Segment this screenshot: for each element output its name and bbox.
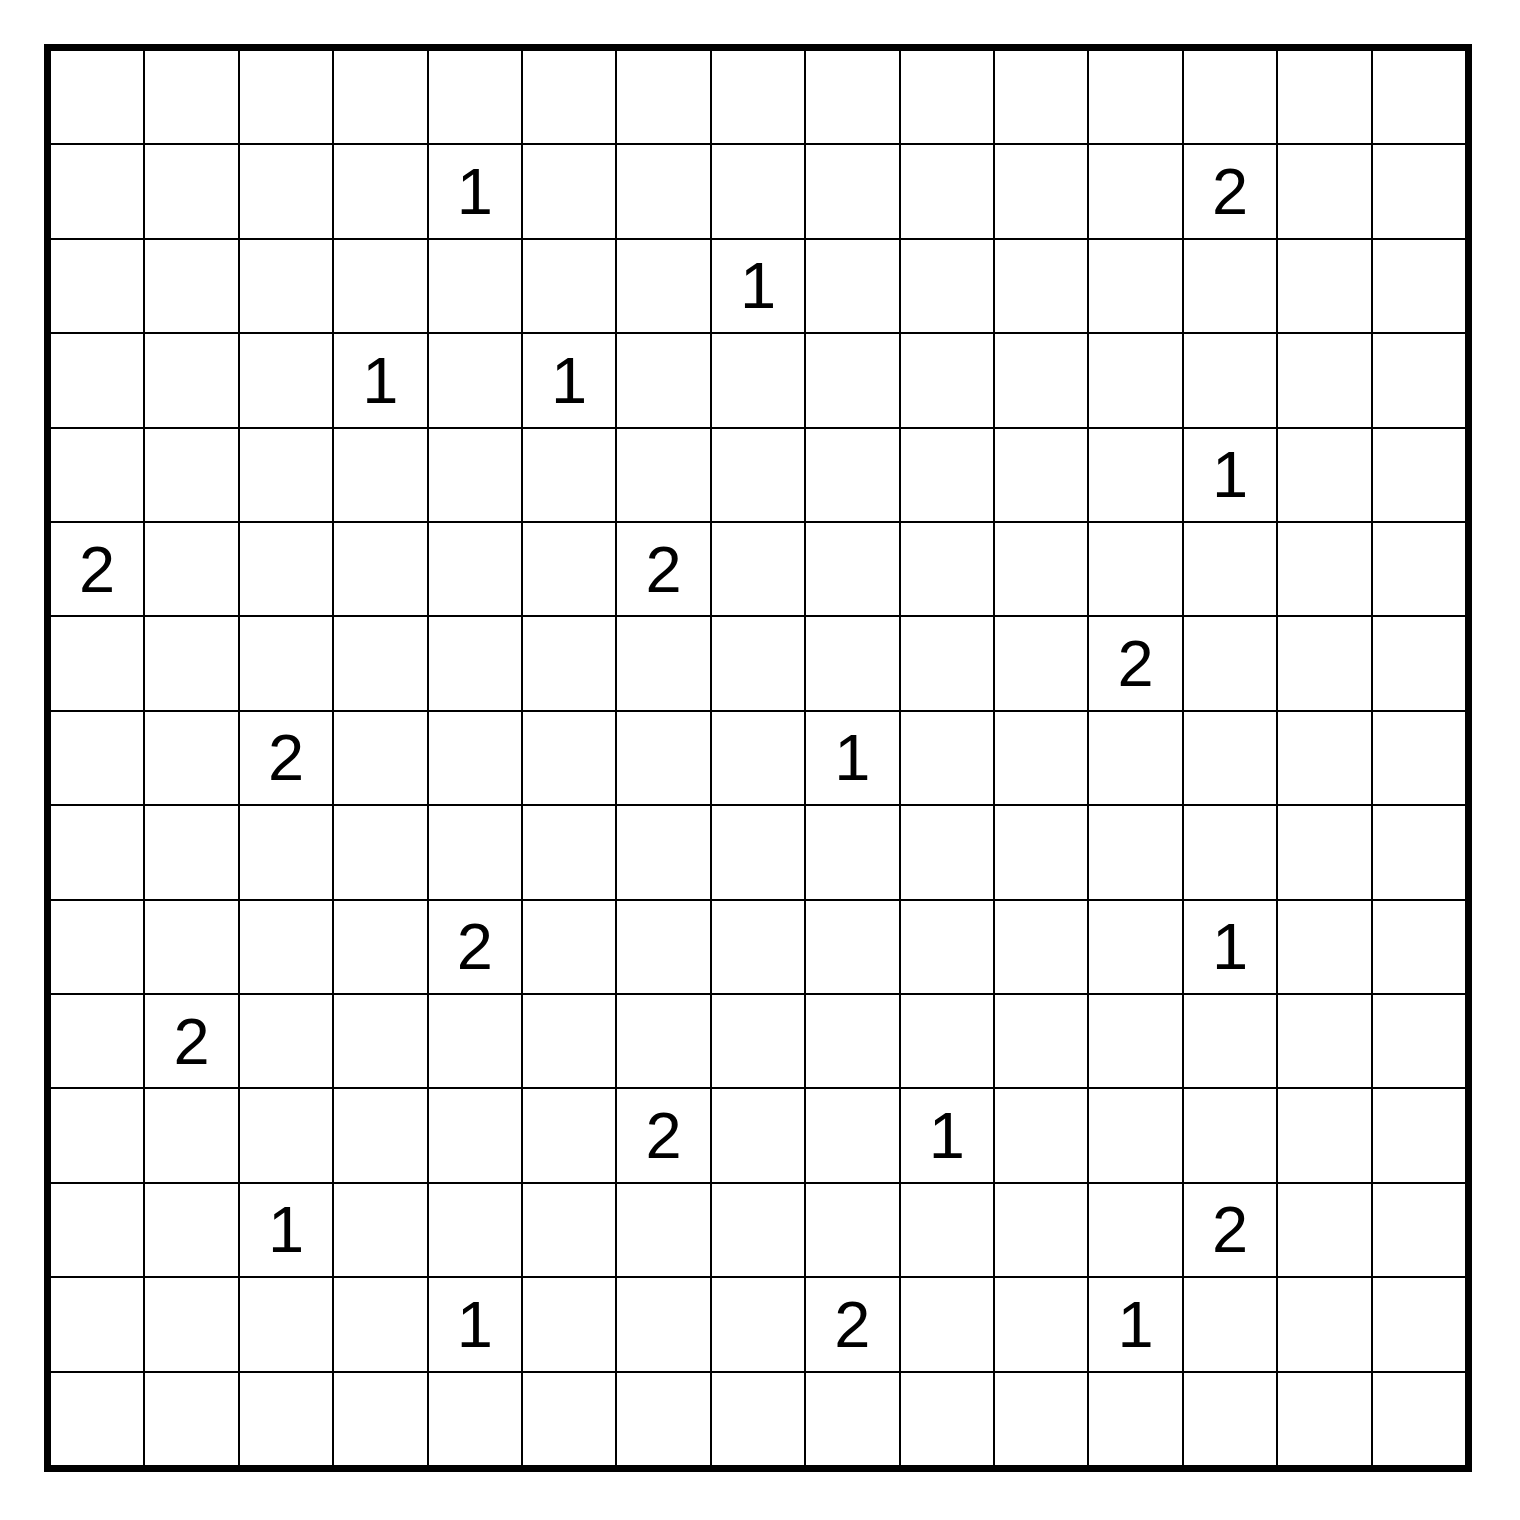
cell-r6c12[interactable]	[1089, 523, 1181, 615]
cell-r8c2[interactable]	[145, 712, 237, 804]
cell-r8c11[interactable]	[995, 712, 1087, 804]
cell-r14c5: 1	[429, 1278, 521, 1370]
cell-r2c3[interactable]	[240, 145, 332, 237]
cell-r12c11[interactable]	[995, 1089, 1087, 1181]
cell-r1c13[interactable]	[1184, 51, 1276, 143]
clue-number: 1	[551, 348, 587, 413]
cell-r7c12: 2	[1089, 617, 1181, 709]
cell-r9c1[interactable]	[51, 806, 143, 898]
cell-r7c7[interactable]	[617, 617, 709, 709]
clue-number: 2	[1118, 631, 1154, 696]
cell-r8c13[interactable]	[1184, 712, 1276, 804]
cell-r13c15[interactable]	[1373, 1184, 1465, 1276]
cell-r8c4[interactable]	[334, 712, 426, 804]
cell-r4c6: 1	[523, 334, 615, 426]
cell-r9c7[interactable]	[617, 806, 709, 898]
cell-r15c12[interactable]	[1089, 1373, 1181, 1465]
cell-r6c15[interactable]	[1373, 523, 1465, 615]
cell-r12c8[interactable]	[712, 1089, 804, 1181]
cell-r2c2[interactable]	[145, 145, 237, 237]
clue-number: 1	[929, 1103, 965, 1168]
cell-r5c13: 1	[1184, 429, 1276, 521]
cell-r3c6[interactable]	[523, 240, 615, 332]
cell-r9c11[interactable]	[995, 806, 1087, 898]
cell-r2c11[interactable]	[995, 145, 1087, 237]
cell-r2c9[interactable]	[806, 145, 898, 237]
cell-r4c1[interactable]	[51, 334, 143, 426]
cell-r2c6[interactable]	[523, 145, 615, 237]
cell-r4c12[interactable]	[1089, 334, 1181, 426]
cell-r12c7: 2	[617, 1089, 709, 1181]
cell-r6c8[interactable]	[712, 523, 804, 615]
cell-r7c13[interactable]	[1184, 617, 1276, 709]
cell-r13c10[interactable]	[901, 1184, 993, 1276]
cell-r1c10[interactable]	[901, 51, 993, 143]
cell-r14c2[interactable]	[145, 1278, 237, 1370]
cell-r12c10: 1	[901, 1089, 993, 1181]
cell-r3c5[interactable]	[429, 240, 521, 332]
cell-r15c3[interactable]	[240, 1373, 332, 1465]
cell-r5c2[interactable]	[145, 429, 237, 521]
cell-r4c8[interactable]	[712, 334, 804, 426]
cell-r11c4[interactable]	[334, 995, 426, 1087]
cell-r2c12[interactable]	[1089, 145, 1181, 237]
cell-r13c11[interactable]	[995, 1184, 1087, 1276]
cell-r13c14[interactable]	[1278, 1184, 1370, 1276]
cell-r15c14[interactable]	[1278, 1373, 1370, 1465]
cell-r6c2[interactable]	[145, 523, 237, 615]
cell-r2c15[interactable]	[1373, 145, 1465, 237]
cell-r10c4[interactable]	[334, 901, 426, 993]
cell-r3c15[interactable]	[1373, 240, 1465, 332]
cell-r7c6[interactable]	[523, 617, 615, 709]
cell-r3c9[interactable]	[806, 240, 898, 332]
cell-r1c12[interactable]	[1089, 51, 1181, 143]
cell-r6c14[interactable]	[1278, 523, 1370, 615]
cell-r15c6[interactable]	[523, 1373, 615, 1465]
cell-r10c5: 2	[429, 901, 521, 993]
cell-r4c5[interactable]	[429, 334, 521, 426]
cell-r14c6[interactable]	[523, 1278, 615, 1370]
cell-r7c4[interactable]	[334, 617, 426, 709]
cell-r15c9[interactable]	[806, 1373, 898, 1465]
clue-number: 2	[646, 1103, 682, 1168]
cell-r7c9[interactable]	[806, 617, 898, 709]
cell-r15c7[interactable]	[617, 1373, 709, 1465]
cell-r1c15[interactable]	[1373, 51, 1465, 143]
clue-number: 1	[1118, 1292, 1154, 1357]
cell-r5c10[interactable]	[901, 429, 993, 521]
cell-r12c1[interactable]	[51, 1089, 143, 1181]
cell-r10c9[interactable]	[806, 901, 898, 993]
cell-r13c13: 2	[1184, 1184, 1276, 1276]
cell-r2c7[interactable]	[617, 145, 709, 237]
clue-number: 1	[740, 253, 776, 318]
cell-r7c8[interactable]	[712, 617, 804, 709]
cell-r14c8[interactable]	[712, 1278, 804, 1370]
cell-r4c7[interactable]	[617, 334, 709, 426]
cell-r14c10[interactable]	[901, 1278, 993, 1370]
cell-r13c2[interactable]	[145, 1184, 237, 1276]
cell-r7c11[interactable]	[995, 617, 1087, 709]
cell-r11c10[interactable]	[901, 995, 993, 1087]
cell-r2c1[interactable]	[51, 145, 143, 237]
cell-r9c4[interactable]	[334, 806, 426, 898]
clue-number: 1	[1212, 442, 1248, 507]
cell-r5c14[interactable]	[1278, 429, 1370, 521]
cell-r15c11[interactable]	[995, 1373, 1087, 1465]
cell-r6c11[interactable]	[995, 523, 1087, 615]
cell-r3c11[interactable]	[995, 240, 1087, 332]
cell-r15c15[interactable]	[1373, 1373, 1465, 1465]
cell-r5c4[interactable]	[334, 429, 426, 521]
cell-r7c2[interactable]	[145, 617, 237, 709]
cell-r8c15[interactable]	[1373, 712, 1465, 804]
cell-r13c6[interactable]	[523, 1184, 615, 1276]
cell-r4c2[interactable]	[145, 334, 237, 426]
cell-r2c10[interactable]	[901, 145, 993, 237]
cell-r6c1: 2	[51, 523, 143, 615]
cell-r2c5: 1	[429, 145, 521, 237]
cell-r2c13: 2	[1184, 145, 1276, 237]
cell-r13c5[interactable]	[429, 1184, 521, 1276]
cell-r10c3[interactable]	[240, 901, 332, 993]
cell-r9c3[interactable]	[240, 806, 332, 898]
cell-r3c3[interactable]	[240, 240, 332, 332]
cell-r3c1[interactable]	[51, 240, 143, 332]
cell-r11c6[interactable]	[523, 995, 615, 1087]
clue-number: 2	[79, 537, 115, 602]
clue-number: 1	[457, 159, 493, 224]
cell-r5c6[interactable]	[523, 429, 615, 521]
cell-r6c13[interactable]	[1184, 523, 1276, 615]
cell-r5c3[interactable]	[240, 429, 332, 521]
cell-r11c7[interactable]	[617, 995, 709, 1087]
cell-r14c3[interactable]	[240, 1278, 332, 1370]
cell-r10c8[interactable]	[712, 901, 804, 993]
cell-r11c12[interactable]	[1089, 995, 1181, 1087]
cell-r8c5[interactable]	[429, 712, 521, 804]
cell-r9c5[interactable]	[429, 806, 521, 898]
cell-r9c13[interactable]	[1184, 806, 1276, 898]
cell-r3c12[interactable]	[1089, 240, 1181, 332]
cell-r5c8[interactable]	[712, 429, 804, 521]
cell-r12c2[interactable]	[145, 1089, 237, 1181]
cell-r5c12[interactable]	[1089, 429, 1181, 521]
clue-number: 2	[1212, 159, 1248, 224]
cell-r1c3[interactable]	[240, 51, 332, 143]
cell-r1c9[interactable]	[806, 51, 898, 143]
cell-r4c9[interactable]	[806, 334, 898, 426]
cell-r12c6[interactable]	[523, 1089, 615, 1181]
cell-r15c10[interactable]	[901, 1373, 993, 1465]
cell-r6c5[interactable]	[429, 523, 521, 615]
cell-r13c9[interactable]	[806, 1184, 898, 1276]
cell-r12c12[interactable]	[1089, 1089, 1181, 1181]
cell-r8c10[interactable]	[901, 712, 993, 804]
cell-r9c8[interactable]	[712, 806, 804, 898]
cell-r12c4[interactable]	[334, 1089, 426, 1181]
clue-number: 2	[457, 914, 493, 979]
cell-r9c10[interactable]	[901, 806, 993, 898]
clue-number: 1	[1212, 914, 1248, 979]
cell-r11c8[interactable]	[712, 995, 804, 1087]
cell-r15c2[interactable]	[145, 1373, 237, 1465]
cell-r8c7[interactable]	[617, 712, 709, 804]
cell-r4c11[interactable]	[995, 334, 1087, 426]
cell-r15c1[interactable]	[51, 1373, 143, 1465]
cell-r9c6[interactable]	[523, 806, 615, 898]
cell-r7c15[interactable]	[1373, 617, 1465, 709]
cell-r6c4[interactable]	[334, 523, 426, 615]
cell-r9c14[interactable]	[1278, 806, 1370, 898]
cell-r11c2: 2	[145, 995, 237, 1087]
cell-r8c9: 1	[806, 712, 898, 804]
cell-r1c7[interactable]	[617, 51, 709, 143]
cell-r9c12[interactable]	[1089, 806, 1181, 898]
cell-r10c14[interactable]	[1278, 901, 1370, 993]
cell-r13c12[interactable]	[1089, 1184, 1181, 1276]
cell-r11c1[interactable]	[51, 995, 143, 1087]
cell-r14c7[interactable]	[617, 1278, 709, 1370]
cell-r13c7[interactable]	[617, 1184, 709, 1276]
cell-r5c15[interactable]	[1373, 429, 1465, 521]
clue-number: 1	[834, 725, 870, 790]
clue-number: 1	[268, 1197, 304, 1262]
cell-r6c6[interactable]	[523, 523, 615, 615]
clue-number: 1	[362, 348, 398, 413]
cell-r7c14[interactable]	[1278, 617, 1370, 709]
cell-r15c5[interactable]	[429, 1373, 521, 1465]
cell-r11c15[interactable]	[1373, 995, 1465, 1087]
cell-r12c9[interactable]	[806, 1089, 898, 1181]
cell-r5c5[interactable]	[429, 429, 521, 521]
cell-r10c6[interactable]	[523, 901, 615, 993]
puzzle-board: 121111222212122112121	[44, 44, 1472, 1472]
cell-r1c14[interactable]	[1278, 51, 1370, 143]
cell-r14c13[interactable]	[1184, 1278, 1276, 1370]
cell-r14c4[interactable]	[334, 1278, 426, 1370]
clue-number: 2	[646, 537, 682, 602]
cell-r11c14[interactable]	[1278, 995, 1370, 1087]
cell-r10c1[interactable]	[51, 901, 143, 993]
cell-r13c4[interactable]	[334, 1184, 426, 1276]
cell-r10c2[interactable]	[145, 901, 237, 993]
cell-r13c8[interactable]	[712, 1184, 804, 1276]
cell-r4c15[interactable]	[1373, 334, 1465, 426]
cell-r11c9[interactable]	[806, 995, 898, 1087]
cell-r3c7[interactable]	[617, 240, 709, 332]
cell-r1c4[interactable]	[334, 51, 426, 143]
cell-r12c15[interactable]	[1373, 1089, 1465, 1181]
cell-r10c11[interactable]	[995, 901, 1087, 993]
cell-r1c2[interactable]	[145, 51, 237, 143]
cell-r12c3[interactable]	[240, 1089, 332, 1181]
cell-r4c14[interactable]	[1278, 334, 1370, 426]
cell-r2c14[interactable]	[1278, 145, 1370, 237]
cell-r14c15[interactable]	[1373, 1278, 1465, 1370]
cell-r7c3[interactable]	[240, 617, 332, 709]
clue-number: 2	[268, 725, 304, 790]
cell-r3c13[interactable]	[1184, 240, 1276, 332]
cell-r9c2[interactable]	[145, 806, 237, 898]
clue-number: 1	[457, 1292, 493, 1357]
cell-r11c5[interactable]	[429, 995, 521, 1087]
cell-r6c10[interactable]	[901, 523, 993, 615]
cell-r4c3[interactable]	[240, 334, 332, 426]
cell-r6c7: 2	[617, 523, 709, 615]
cell-r9c15[interactable]	[1373, 806, 1465, 898]
cell-r10c15[interactable]	[1373, 901, 1465, 993]
cell-r3c2[interactable]	[145, 240, 237, 332]
cell-r1c5[interactable]	[429, 51, 521, 143]
cell-r14c1[interactable]	[51, 1278, 143, 1370]
cell-r13c1[interactable]	[51, 1184, 143, 1276]
cell-r8c8[interactable]	[712, 712, 804, 804]
cell-r7c1[interactable]	[51, 617, 143, 709]
cell-r10c13: 1	[1184, 901, 1276, 993]
cell-r10c10[interactable]	[901, 901, 993, 993]
cell-r6c3[interactable]	[240, 523, 332, 615]
cell-r1c8[interactable]	[712, 51, 804, 143]
cell-r2c4[interactable]	[334, 145, 426, 237]
cell-r5c7[interactable]	[617, 429, 709, 521]
cell-r11c11[interactable]	[995, 995, 1087, 1087]
cell-r4c13[interactable]	[1184, 334, 1276, 426]
cell-r4c4: 1	[334, 334, 426, 426]
cell-r6c9[interactable]	[806, 523, 898, 615]
cell-r3c10[interactable]	[901, 240, 993, 332]
cell-r7c5[interactable]	[429, 617, 521, 709]
cell-r5c9[interactable]	[806, 429, 898, 521]
cell-r12c14[interactable]	[1278, 1089, 1370, 1181]
cell-r3c8: 1	[712, 240, 804, 332]
cell-r13c3: 1	[240, 1184, 332, 1276]
clue-number: 2	[1212, 1197, 1248, 1262]
cell-r10c7[interactable]	[617, 901, 709, 993]
cell-r10c12[interactable]	[1089, 901, 1181, 993]
cell-r3c4[interactable]	[334, 240, 426, 332]
clue-number: 2	[834, 1292, 870, 1357]
cell-r5c1[interactable]	[51, 429, 143, 521]
cell-r4c10[interactable]	[901, 334, 993, 426]
cell-r1c11[interactable]	[995, 51, 1087, 143]
cell-r12c13[interactable]	[1184, 1089, 1276, 1181]
cell-r9c9[interactable]	[806, 806, 898, 898]
cell-r15c8[interactable]	[712, 1373, 804, 1465]
cell-r11c13[interactable]	[1184, 995, 1276, 1087]
cell-r12c5[interactable]	[429, 1089, 521, 1181]
cell-r14c12: 1	[1089, 1278, 1181, 1370]
cell-r7c10[interactable]	[901, 617, 993, 709]
cell-r14c14[interactable]	[1278, 1278, 1370, 1370]
cell-r1c1[interactable]	[51, 51, 143, 143]
cell-r15c13[interactable]	[1184, 1373, 1276, 1465]
cell-r8c6[interactable]	[523, 712, 615, 804]
cell-r1c6[interactable]	[523, 51, 615, 143]
cell-r14c11[interactable]	[995, 1278, 1087, 1370]
cell-r5c11[interactable]	[995, 429, 1087, 521]
clue-number: 2	[174, 1009, 210, 1074]
cell-r11c3[interactable]	[240, 995, 332, 1087]
cell-r8c3: 2	[240, 712, 332, 804]
cell-r3c14[interactable]	[1278, 240, 1370, 332]
cell-r8c12[interactable]	[1089, 712, 1181, 804]
cell-r8c14[interactable]	[1278, 712, 1370, 804]
cell-r8c1[interactable]	[51, 712, 143, 804]
cell-r2c8[interactable]	[712, 145, 804, 237]
cell-r15c4[interactable]	[334, 1373, 426, 1465]
cell-r14c9: 2	[806, 1278, 898, 1370]
